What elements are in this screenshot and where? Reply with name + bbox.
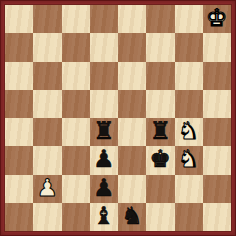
square-b6[interactable] xyxy=(33,62,61,90)
white-knight-g3[interactable]: ♞ xyxy=(178,147,200,171)
square-b1[interactable] xyxy=(33,203,61,231)
square-f3[interactable]: ♚ xyxy=(146,146,174,174)
square-d7[interactable] xyxy=(90,33,118,61)
square-h3[interactable] xyxy=(203,146,231,174)
square-g4[interactable]: ♞ xyxy=(175,118,203,146)
square-h8[interactable]: ♚ xyxy=(203,5,231,33)
square-e5[interactable] xyxy=(118,90,146,118)
chess-board-frame: ♚♜♜♞♟♚♞♟♟♝♞ xyxy=(0,0,236,236)
black-bishop-d1[interactable]: ♝ xyxy=(93,204,115,228)
square-d6[interactable] xyxy=(90,62,118,90)
square-a5[interactable] xyxy=(5,90,33,118)
black-pawn-d2[interactable]: ♟ xyxy=(93,176,115,200)
square-a6[interactable] xyxy=(5,62,33,90)
square-f8[interactable] xyxy=(146,5,174,33)
square-g8[interactable] xyxy=(175,5,203,33)
square-g5[interactable] xyxy=(175,90,203,118)
square-f7[interactable] xyxy=(146,33,174,61)
square-b7[interactable] xyxy=(33,33,61,61)
square-a1[interactable] xyxy=(5,203,33,231)
square-h5[interactable] xyxy=(203,90,231,118)
square-h2[interactable] xyxy=(203,175,231,203)
square-h4[interactable] xyxy=(203,118,231,146)
square-f6[interactable] xyxy=(146,62,174,90)
black-pawn-d3[interactable]: ♟ xyxy=(93,147,115,171)
square-g3[interactable]: ♞ xyxy=(175,146,203,174)
square-f4[interactable]: ♜ xyxy=(146,118,174,146)
white-king-h8[interactable]: ♚ xyxy=(206,6,228,30)
square-h6[interactable] xyxy=(203,62,231,90)
black-king-f3[interactable]: ♚ xyxy=(150,147,172,171)
square-b2[interactable]: ♟ xyxy=(33,175,61,203)
square-a7[interactable] xyxy=(5,33,33,61)
square-f5[interactable] xyxy=(146,90,174,118)
black-rook-f4[interactable]: ♜ xyxy=(150,119,172,143)
square-g1[interactable] xyxy=(175,203,203,231)
white-pawn-b2[interactable]: ♟ xyxy=(37,176,59,200)
square-h1[interactable] xyxy=(203,203,231,231)
square-b8[interactable] xyxy=(33,5,61,33)
white-knight-g4[interactable]: ♞ xyxy=(178,119,200,143)
square-d1[interactable]: ♝ xyxy=(90,203,118,231)
black-knight-e1[interactable]: ♞ xyxy=(121,204,143,228)
square-b5[interactable] xyxy=(33,90,61,118)
square-e7[interactable] xyxy=(118,33,146,61)
square-c6[interactable] xyxy=(62,62,90,90)
square-c2[interactable] xyxy=(62,175,90,203)
square-c7[interactable] xyxy=(62,33,90,61)
square-a8[interactable] xyxy=(5,5,33,33)
square-g2[interactable] xyxy=(175,175,203,203)
square-d5[interactable] xyxy=(90,90,118,118)
square-b3[interactable] xyxy=(33,146,61,174)
square-d3[interactable]: ♟ xyxy=(90,146,118,174)
square-a3[interactable] xyxy=(5,146,33,174)
square-c1[interactable] xyxy=(62,203,90,231)
square-e1[interactable]: ♞ xyxy=(118,203,146,231)
black-rook-d4[interactable]: ♜ xyxy=(93,119,115,143)
square-a4[interactable] xyxy=(5,118,33,146)
square-g6[interactable] xyxy=(175,62,203,90)
square-f2[interactable] xyxy=(146,175,174,203)
square-e4[interactable] xyxy=(118,118,146,146)
square-e3[interactable] xyxy=(118,146,146,174)
square-d2[interactable]: ♟ xyxy=(90,175,118,203)
square-a2[interactable] xyxy=(5,175,33,203)
square-e2[interactable] xyxy=(118,175,146,203)
square-f1[interactable] xyxy=(146,203,174,231)
square-d8[interactable] xyxy=(90,5,118,33)
square-g7[interactable] xyxy=(175,33,203,61)
square-e8[interactable] xyxy=(118,5,146,33)
square-b4[interactable] xyxy=(33,118,61,146)
square-e6[interactable] xyxy=(118,62,146,90)
square-h7[interactable] xyxy=(203,33,231,61)
chess-board: ♚♜♜♞♟♚♞♟♟♝♞ xyxy=(5,5,231,231)
square-c8[interactable] xyxy=(62,5,90,33)
square-d4[interactable]: ♜ xyxy=(90,118,118,146)
square-c4[interactable] xyxy=(62,118,90,146)
square-c5[interactable] xyxy=(62,90,90,118)
square-c3[interactable] xyxy=(62,146,90,174)
